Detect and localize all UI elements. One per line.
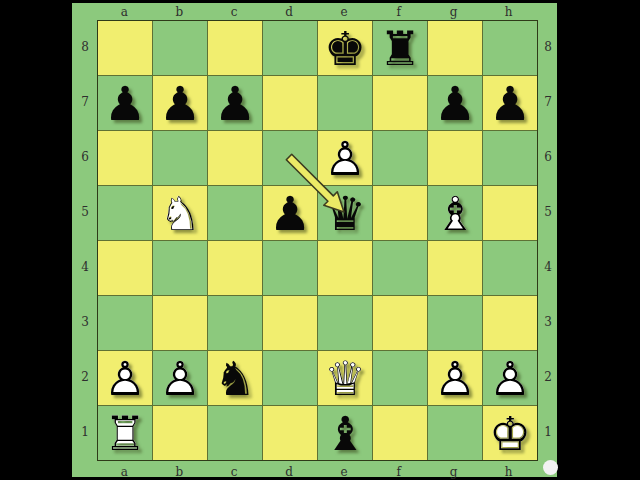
file-label-f: f — [371, 465, 426, 479]
square-a7: ♟ — [98, 76, 152, 130]
black-pawn-g7: ♟ — [428, 76, 482, 130]
square-b3 — [153, 296, 207, 350]
square-b2: ♟♙ — [153, 351, 207, 405]
square-f6 — [373, 131, 427, 185]
square-f4 — [373, 241, 427, 295]
file-label-f: f — [371, 5, 426, 19]
white-pawn-b2: ♟♙ — [153, 351, 207, 405]
square-f2 — [373, 351, 427, 405]
square-g8 — [428, 21, 482, 75]
file-label-h: h — [481, 5, 536, 19]
rank-label-2: 2 — [538, 349, 558, 404]
square-c4 — [208, 241, 262, 295]
white-rook-a1: ♜♖ — [98, 406, 152, 460]
file-labels-top: abcdefgh — [97, 5, 536, 19]
square-b6 — [153, 131, 207, 185]
square-c3 — [208, 296, 262, 350]
file-label-a: a — [97, 465, 152, 479]
square-e1: ♝ — [318, 406, 372, 460]
square-c2: ♞ — [208, 351, 262, 405]
square-h4 — [483, 241, 537, 295]
square-g3 — [428, 296, 482, 350]
square-a8 — [98, 21, 152, 75]
square-e5: ♛ — [318, 186, 372, 240]
file-label-c: c — [207, 465, 262, 479]
square-b7: ♟ — [153, 76, 207, 130]
video-frame: abcdefgh abcdefgh 87654321 87654321 ♚♜♟♟… — [0, 0, 640, 480]
file-label-g: g — [426, 5, 481, 19]
black-knight-c2: ♞ — [208, 351, 262, 405]
square-d3 — [263, 296, 317, 350]
file-label-b: b — [152, 465, 207, 479]
black-pawn-a7: ♟ — [98, 76, 152, 130]
square-h5 — [483, 186, 537, 240]
square-e8: ♚ — [318, 21, 372, 75]
rank-label-6: 6 — [538, 130, 558, 185]
file-label-g: g — [426, 465, 481, 479]
black-bishop-e1: ♝ — [318, 406, 372, 460]
square-g2: ♟♙ — [428, 351, 482, 405]
square-f8: ♜ — [373, 21, 427, 75]
white-bishop-g5: ♝♗ — [428, 186, 482, 240]
square-e3 — [318, 296, 372, 350]
rank-label-5: 5 — [538, 185, 558, 240]
square-c1 — [208, 406, 262, 460]
square-d6 — [263, 131, 317, 185]
square-e4 — [318, 241, 372, 295]
square-e2: ♛♕ — [318, 351, 372, 405]
square-c8 — [208, 21, 262, 75]
black-pawn-b7: ♟ — [153, 76, 207, 130]
file-label-c: c — [207, 5, 262, 19]
white-pawn-g2: ♟♙ — [428, 351, 482, 405]
square-c7: ♟ — [208, 76, 262, 130]
square-h1: ♚♔ — [483, 406, 537, 460]
square-a6 — [98, 131, 152, 185]
square-g5: ♝♗ — [428, 186, 482, 240]
square-g7: ♟ — [428, 76, 482, 130]
board: ♚♜♟♟♟♟♟♟♙♞♘♟♛♝♗♟♙♟♙♞♛♕♟♙♟♙♜♖♝♚♔ — [97, 20, 538, 461]
rank-label-8: 8 — [538, 20, 558, 75]
square-a3 — [98, 296, 152, 350]
board-panel: abcdefgh abcdefgh 87654321 87654321 ♚♜♟♟… — [72, 3, 557, 477]
square-h6 — [483, 131, 537, 185]
square-h7: ♟ — [483, 76, 537, 130]
white-dot-indicator — [543, 460, 558, 475]
square-f7 — [373, 76, 427, 130]
rank-label-5: 5 — [75, 185, 95, 240]
rank-label-1: 1 — [538, 404, 558, 459]
square-c6 — [208, 131, 262, 185]
white-knight-b5: ♞♘ — [153, 186, 207, 240]
black-pawn-c7: ♟ — [208, 76, 262, 130]
square-a1: ♜♖ — [98, 406, 152, 460]
square-g6 — [428, 131, 482, 185]
square-h8 — [483, 21, 537, 75]
square-a5 — [98, 186, 152, 240]
white-pawn-h2: ♟♙ — [483, 351, 537, 405]
file-label-d: d — [262, 5, 317, 19]
black-pawn-d5: ♟ — [263, 186, 317, 240]
square-e6: ♟♙ — [318, 131, 372, 185]
square-d2 — [263, 351, 317, 405]
square-f3 — [373, 296, 427, 350]
rank-label-6: 6 — [75, 130, 95, 185]
black-queen-e5: ♛ — [318, 186, 372, 240]
square-h2: ♟♙ — [483, 351, 537, 405]
white-pawn-a2: ♟♙ — [98, 351, 152, 405]
square-g1 — [428, 406, 482, 460]
rank-label-1: 1 — [75, 404, 95, 459]
rank-label-4: 4 — [538, 240, 558, 295]
square-g4 — [428, 241, 482, 295]
rank-label-2: 2 — [75, 349, 95, 404]
square-b5: ♞♘ — [153, 186, 207, 240]
square-h3 — [483, 296, 537, 350]
white-king-h1: ♚♔ — [483, 406, 537, 460]
rank-label-3: 3 — [75, 294, 95, 349]
rank-label-4: 4 — [75, 240, 95, 295]
square-a4 — [98, 241, 152, 295]
black-king-e8: ♚ — [318, 21, 372, 75]
black-pawn-h7: ♟ — [483, 76, 537, 130]
square-d4 — [263, 241, 317, 295]
file-label-e: e — [317, 465, 372, 479]
file-labels-bottom: abcdefgh — [97, 465, 536, 479]
square-d7 — [263, 76, 317, 130]
square-f1 — [373, 406, 427, 460]
square-f5 — [373, 186, 427, 240]
black-rook-f8: ♜ — [373, 21, 427, 75]
white-pawn-e6: ♟♙ — [318, 131, 372, 185]
white-queen-e2: ♛♕ — [318, 351, 372, 405]
rank-labels-left: 87654321 — [75, 20, 95, 459]
square-d1 — [263, 406, 317, 460]
file-label-h: h — [481, 465, 536, 479]
square-b8 — [153, 21, 207, 75]
square-e7 — [318, 76, 372, 130]
file-label-b: b — [152, 5, 207, 19]
square-b1 — [153, 406, 207, 460]
file-label-d: d — [262, 465, 317, 479]
rank-label-3: 3 — [538, 294, 558, 349]
rank-label-7: 7 — [538, 75, 558, 130]
file-label-a: a — [97, 5, 152, 19]
square-d8 — [263, 21, 317, 75]
rank-label-7: 7 — [75, 75, 95, 130]
square-b4 — [153, 241, 207, 295]
file-label-e: e — [317, 5, 372, 19]
square-d5: ♟ — [263, 186, 317, 240]
square-c5 — [208, 186, 262, 240]
square-a2: ♟♙ — [98, 351, 152, 405]
rank-labels-right: 87654321 — [538, 20, 558, 459]
rank-label-8: 8 — [75, 20, 95, 75]
